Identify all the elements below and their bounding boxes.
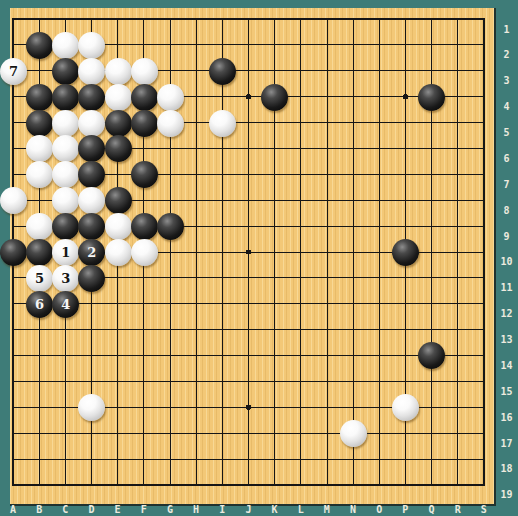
stone-white-B7[interactable] bbox=[26, 161, 53, 188]
stone-white-D8[interactable] bbox=[78, 187, 105, 214]
stone-black-P10[interactable] bbox=[392, 239, 419, 266]
stone-black-E6[interactable] bbox=[105, 135, 132, 162]
stone-black-K4[interactable] bbox=[261, 84, 288, 111]
stone-black-B2[interactable] bbox=[26, 32, 53, 59]
stone-white-C10[interactable]: 1 bbox=[52, 239, 79, 266]
row-label-17: 17 bbox=[495, 430, 518, 456]
stone-black-E5[interactable] bbox=[105, 110, 132, 137]
row-label-5: 5 bbox=[495, 120, 518, 146]
move-number-label: 3 bbox=[61, 272, 70, 285]
col-label-N: N bbox=[340, 503, 366, 516]
stone-white-D5[interactable] bbox=[78, 110, 105, 137]
row-label-10: 10 bbox=[495, 249, 518, 275]
stone-white-D2[interactable] bbox=[78, 32, 105, 59]
row-label-7: 7 bbox=[495, 171, 518, 197]
stone-black-C3[interactable] bbox=[52, 58, 79, 85]
col-label-A: A bbox=[0, 503, 26, 516]
stone-black-D9[interactable] bbox=[78, 213, 105, 240]
stone-black-C9[interactable] bbox=[52, 213, 79, 240]
stone-white-D16[interactable] bbox=[78, 394, 105, 421]
go-board-widget: 7125364 ABCDEFGHIJKLMNOPQRS 123456789101… bbox=[0, 0, 518, 516]
stone-white-E4[interactable] bbox=[105, 84, 132, 111]
stone-black-D6[interactable] bbox=[78, 135, 105, 162]
row-label-16: 16 bbox=[495, 404, 518, 430]
row-label-1: 1 bbox=[495, 16, 518, 42]
row-label-12: 12 bbox=[495, 301, 518, 327]
col-label-B: B bbox=[26, 503, 52, 516]
stone-white-C11[interactable]: 3 bbox=[52, 265, 79, 292]
stone-black-G9[interactable] bbox=[157, 213, 184, 240]
col-label-J: J bbox=[235, 503, 261, 516]
stone-black-D7[interactable] bbox=[78, 161, 105, 188]
stone-black-Q14[interactable] bbox=[418, 342, 445, 369]
row-label-9: 9 bbox=[495, 223, 518, 249]
row-label-6: 6 bbox=[495, 145, 518, 171]
col-label-H: H bbox=[183, 503, 209, 516]
col-label-Q: Q bbox=[418, 503, 444, 516]
move-number-label: 7 bbox=[9, 65, 18, 78]
stone-white-E10[interactable] bbox=[105, 239, 132, 266]
stone-white-C8[interactable] bbox=[52, 187, 79, 214]
col-label-M: M bbox=[314, 503, 340, 516]
stone-white-G5[interactable] bbox=[157, 110, 184, 137]
stone-black-C12[interactable]: 4 bbox=[52, 291, 79, 318]
stone-black-D4[interactable] bbox=[78, 84, 105, 111]
stone-black-C4[interactable] bbox=[52, 84, 79, 111]
stone-white-C6[interactable] bbox=[52, 135, 79, 162]
stone-white-B11[interactable]: 5 bbox=[26, 265, 53, 292]
stone-black-F9[interactable] bbox=[131, 213, 158, 240]
stone-white-C2[interactable] bbox=[52, 32, 79, 59]
stone-black-B12[interactable]: 6 bbox=[26, 291, 53, 318]
stone-black-I3[interactable] bbox=[209, 58, 236, 85]
stone-black-F4[interactable] bbox=[131, 84, 158, 111]
stone-black-A10[interactable] bbox=[0, 239, 27, 266]
col-label-F: F bbox=[131, 503, 157, 516]
row-label-11: 11 bbox=[495, 275, 518, 301]
stone-white-F3[interactable] bbox=[131, 58, 158, 85]
row-label-15: 15 bbox=[495, 378, 518, 404]
stone-black-F7[interactable] bbox=[131, 161, 158, 188]
col-label-I: I bbox=[209, 503, 235, 516]
stone-white-E9[interactable] bbox=[105, 213, 132, 240]
stones-layer: 7125364 bbox=[0, 6, 497, 498]
stone-black-E8[interactable] bbox=[105, 187, 132, 214]
stone-white-D3[interactable] bbox=[78, 58, 105, 85]
stone-white-I5[interactable] bbox=[209, 110, 236, 137]
stone-white-A3[interactable]: 7 bbox=[0, 58, 27, 85]
row-label-8: 8 bbox=[495, 197, 518, 223]
col-label-O: O bbox=[366, 503, 392, 516]
col-label-D: D bbox=[78, 503, 104, 516]
move-number-label: 4 bbox=[61, 298, 70, 311]
stone-white-C7[interactable] bbox=[52, 161, 79, 188]
stone-black-B4[interactable] bbox=[26, 84, 53, 111]
col-label-G: G bbox=[157, 503, 183, 516]
col-label-E: E bbox=[105, 503, 131, 516]
col-label-R: R bbox=[445, 503, 471, 516]
move-number-label: 5 bbox=[35, 272, 44, 285]
move-number-label: 6 bbox=[35, 298, 44, 311]
stone-white-B6[interactable] bbox=[26, 135, 53, 162]
stone-black-F5[interactable] bbox=[131, 110, 158, 137]
row-label-19: 19 bbox=[495, 482, 518, 508]
stone-black-B10[interactable] bbox=[26, 239, 53, 266]
col-label-C: C bbox=[52, 503, 78, 516]
move-number-label: 2 bbox=[87, 246, 96, 259]
stone-white-A8[interactable] bbox=[0, 187, 27, 214]
row-label-14: 14 bbox=[495, 352, 518, 378]
go-board[interactable]: 7125364 bbox=[10, 8, 496, 506]
stone-black-D10[interactable]: 2 bbox=[78, 239, 105, 266]
col-label-S: S bbox=[471, 503, 497, 516]
stone-black-D11[interactable] bbox=[78, 265, 105, 292]
move-number-label: 1 bbox=[61, 246, 70, 259]
stone-white-F10[interactable] bbox=[131, 239, 158, 266]
stone-black-B5[interactable] bbox=[26, 110, 53, 137]
row-labels: 12345678910111213141516171819 bbox=[495, 16, 518, 508]
row-label-13: 13 bbox=[495, 327, 518, 353]
stone-white-B9[interactable] bbox=[26, 213, 53, 240]
col-label-P: P bbox=[392, 503, 418, 516]
stone-black-Q4[interactable] bbox=[418, 84, 445, 111]
stone-white-P16[interactable] bbox=[392, 394, 419, 421]
stone-white-G4[interactable] bbox=[157, 84, 184, 111]
row-label-18: 18 bbox=[495, 456, 518, 482]
col-label-K: K bbox=[261, 503, 287, 516]
row-label-3: 3 bbox=[495, 68, 518, 94]
row-label-4: 4 bbox=[495, 94, 518, 120]
stone-white-E3[interactable] bbox=[105, 58, 132, 85]
col-label-L: L bbox=[288, 503, 314, 516]
row-label-2: 2 bbox=[495, 42, 518, 68]
column-labels: ABCDEFGHIJKLMNOPQRS bbox=[0, 503, 497, 516]
stone-white-C5[interactable] bbox=[52, 110, 79, 137]
stone-white-N17[interactable] bbox=[340, 420, 367, 447]
